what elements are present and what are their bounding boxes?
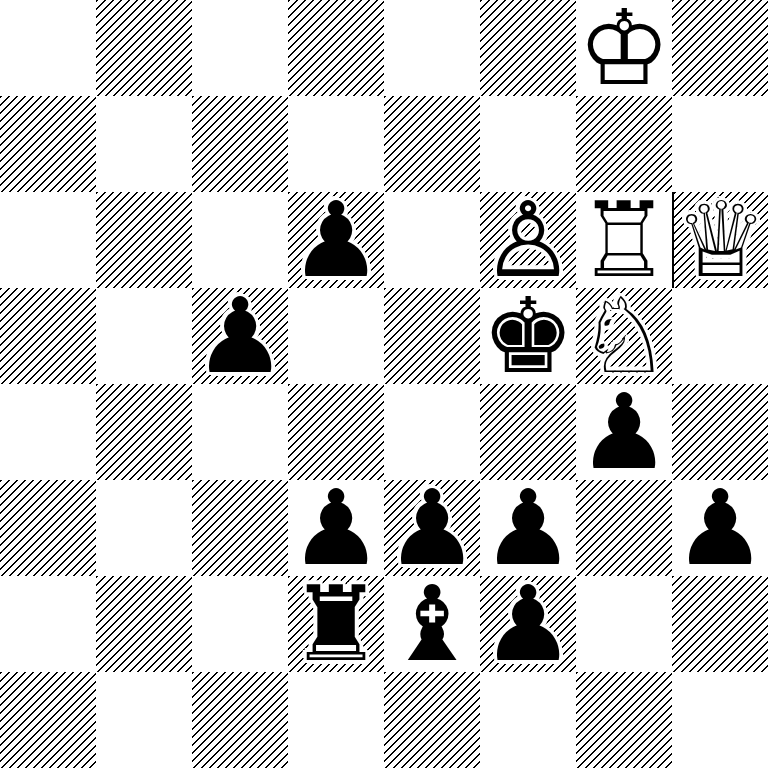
square-f3[interactable]: ♟ xyxy=(480,480,576,576)
square-g4[interactable]: ♟ xyxy=(576,384,672,480)
square-c6[interactable] xyxy=(192,192,288,288)
square-d7[interactable] xyxy=(288,96,384,192)
square-f7[interactable] xyxy=(480,96,576,192)
square-b3[interactable] xyxy=(96,480,192,576)
square-f2[interactable]: ♟ xyxy=(480,576,576,672)
piece-white-queen[interactable]: ♕ xyxy=(674,192,767,288)
piece-black-pawn[interactable]: ♟ xyxy=(289,480,382,576)
square-g3[interactable] xyxy=(576,480,672,576)
square-h4[interactable] xyxy=(672,384,768,480)
square-h7[interactable] xyxy=(672,96,768,192)
square-b6[interactable] xyxy=(96,192,192,288)
square-e8[interactable] xyxy=(384,0,480,96)
square-a2[interactable] xyxy=(0,576,96,672)
piece-black-king[interactable]: ♚ xyxy=(481,288,574,384)
square-c1[interactable] xyxy=(192,672,288,768)
square-e5[interactable] xyxy=(384,288,480,384)
square-h6[interactable]: ♕ xyxy=(672,192,768,288)
piece-black-pawn[interactable]: ♟ xyxy=(577,384,670,480)
square-d4[interactable] xyxy=(288,384,384,480)
square-h2[interactable] xyxy=(672,576,768,672)
square-b4[interactable] xyxy=(96,384,192,480)
square-b5[interactable] xyxy=(96,288,192,384)
square-e2[interactable]: ♝ xyxy=(384,576,480,672)
piece-white-king[interactable]: ♔ xyxy=(577,0,670,96)
square-e7[interactable] xyxy=(384,96,480,192)
piece-black-pawn[interactable]: ♟ xyxy=(385,480,478,576)
square-h8[interactable] xyxy=(672,0,768,96)
square-a6[interactable] xyxy=(0,192,96,288)
square-d2[interactable]: ♜ xyxy=(288,576,384,672)
square-h3[interactable]: ♟ xyxy=(672,480,768,576)
square-e6[interactable] xyxy=(384,192,480,288)
square-a3[interactable] xyxy=(0,480,96,576)
square-h5[interactable] xyxy=(672,288,768,384)
square-c7[interactable] xyxy=(192,96,288,192)
square-g2[interactable] xyxy=(576,576,672,672)
square-d1[interactable] xyxy=(288,672,384,768)
square-d6[interactable]: ♟ xyxy=(288,192,384,288)
square-c2[interactable] xyxy=(192,576,288,672)
square-d8[interactable] xyxy=(288,0,384,96)
square-a8[interactable] xyxy=(0,0,96,96)
square-g5[interactable]: ♘ xyxy=(576,288,672,384)
piece-black-pawn[interactable]: ♟ xyxy=(673,480,766,576)
piece-black-bishop[interactable]: ♝ xyxy=(385,576,478,672)
square-b2[interactable] xyxy=(96,576,192,672)
square-g7[interactable] xyxy=(576,96,672,192)
chess-board: ♔♟♙♖♕♟♚♘♟♟♟♟♟♜♝♟ xyxy=(0,0,768,768)
square-d3[interactable]: ♟ xyxy=(288,480,384,576)
square-c8[interactable] xyxy=(192,0,288,96)
square-g6[interactable]: ♖ xyxy=(576,192,672,288)
square-b7[interactable] xyxy=(96,96,192,192)
square-f1[interactable] xyxy=(480,672,576,768)
square-f6[interactable]: ♙ xyxy=(480,192,576,288)
square-b8[interactable] xyxy=(96,0,192,96)
square-d5[interactable] xyxy=(288,288,384,384)
square-a7[interactable] xyxy=(0,96,96,192)
square-f8[interactable] xyxy=(480,0,576,96)
square-a1[interactable] xyxy=(0,672,96,768)
piece-black-pawn[interactable]: ♟ xyxy=(193,288,286,384)
square-g1[interactable] xyxy=(576,672,672,768)
square-b1[interactable] xyxy=(96,672,192,768)
square-g8[interactable]: ♔ xyxy=(576,0,672,96)
square-e1[interactable] xyxy=(384,672,480,768)
square-h1[interactable] xyxy=(672,672,768,768)
square-e3[interactable]: ♟ xyxy=(384,480,480,576)
square-a4[interactable] xyxy=(0,384,96,480)
square-c4[interactable] xyxy=(192,384,288,480)
piece-black-rook[interactable]: ♜ xyxy=(289,576,382,672)
piece-black-pawn[interactable]: ♟ xyxy=(481,576,574,672)
square-a5[interactable] xyxy=(0,288,96,384)
square-c5[interactable]: ♟ xyxy=(192,288,288,384)
piece-white-rook[interactable]: ♖ xyxy=(577,192,670,288)
square-f5[interactable]: ♚ xyxy=(480,288,576,384)
square-f4[interactable] xyxy=(480,384,576,480)
piece-white-knight[interactable]: ♘ xyxy=(577,288,670,384)
piece-black-pawn[interactable]: ♟ xyxy=(289,192,382,288)
piece-black-pawn[interactable]: ♟ xyxy=(481,480,574,576)
square-c3[interactable] xyxy=(192,480,288,576)
piece-white-pawn[interactable]: ♙ xyxy=(481,192,574,288)
square-e4[interactable] xyxy=(384,384,480,480)
